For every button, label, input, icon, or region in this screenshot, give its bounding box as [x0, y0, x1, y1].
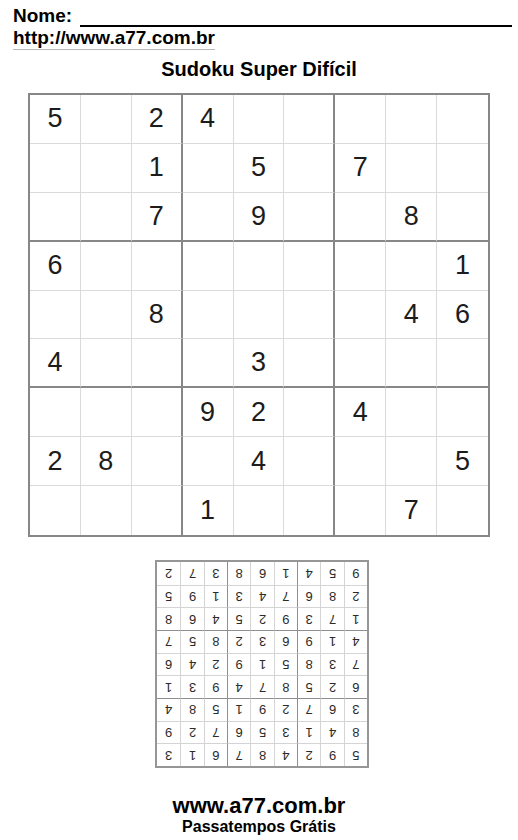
puzzle-cell-r8c7	[335, 437, 386, 486]
puzzle-cell-r9c5	[234, 486, 285, 535]
solution-cell-r8c8: 9	[180, 585, 203, 608]
solution-cell-r1c4: 4	[274, 743, 297, 766]
puzzle-cell-r7c4: 9	[183, 388, 234, 437]
solution-cell-r9c1: 9	[344, 562, 367, 585]
footer-tagline: Passatempos Grátis	[0, 818, 518, 836]
puzzle-cell-r3c8: 8	[386, 193, 437, 242]
puzzle-cell-r1c1: 5	[30, 95, 81, 144]
puzzle-cell-r1c2	[81, 95, 132, 144]
solution-cell-r7c2: 7	[320, 607, 343, 630]
puzzle-cell-r9c9	[437, 486, 488, 535]
puzzle-cell-r7c5: 2	[234, 388, 285, 437]
puzzle-cell-r9c6	[284, 486, 335, 535]
puzzle-cell-r6c6	[284, 339, 335, 388]
solution-cell-r5c6: 9	[227, 653, 250, 676]
solution-cell-r5c1: 7	[344, 653, 367, 676]
puzzle-cell-r7c8	[386, 388, 437, 437]
solution-cell-r9c9: 2	[157, 562, 180, 585]
puzzle-cell-r6c8	[386, 339, 437, 388]
name-row: Nome:	[13, 5, 512, 27]
puzzle-cell-r8c3	[132, 437, 183, 486]
puzzle-cell-r2c4	[183, 144, 234, 193]
puzzle-cell-r4c1: 6	[30, 242, 81, 291]
name-blank-line	[80, 9, 512, 27]
puzzle-cell-r1c5	[234, 95, 285, 144]
puzzle-cell-r4c6	[284, 242, 335, 291]
name-label: Nome:	[13, 5, 72, 27]
solution-cell-r1c9: 3	[157, 743, 180, 766]
solution-cell-r3c5: 9	[250, 698, 273, 721]
puzzle-title: Sudoku Super Difícil	[0, 58, 518, 81]
puzzle-cell-r9c8: 7	[386, 486, 437, 535]
solution-cell-r2c6: 6	[227, 721, 250, 744]
solution-cell-r6c3: 9	[297, 630, 320, 653]
puzzle-cell-r3c2	[81, 193, 132, 242]
solution-cell-r8c5: 4	[250, 585, 273, 608]
puzzle-cell-r1c9	[437, 95, 488, 144]
solution-cell-r9c2: 5	[320, 562, 343, 585]
puzzle-cell-r9c1	[30, 486, 81, 535]
solution-cell-r3c4: 2	[274, 698, 297, 721]
puzzle-cell-r5c2	[81, 291, 132, 340]
solution-cell-r1c5: 8	[250, 743, 273, 766]
solution-cell-r9c5: 6	[250, 562, 273, 585]
solution-cell-r5c7: 2	[204, 653, 227, 676]
solution-cell-r7c5: 2	[250, 607, 273, 630]
solution-cell-r8c4: 7	[274, 585, 297, 608]
site-url-text: http://www.a77.com.br	[13, 27, 215, 50]
solution-cell-r7c3: 3	[297, 607, 320, 630]
solution-cell-r3c1: 3	[344, 698, 367, 721]
puzzle-cell-r8c6	[284, 437, 335, 486]
puzzle-cell-r2c9	[437, 144, 488, 193]
solution-cell-r7c1: 1	[344, 607, 367, 630]
puzzle-cell-r3c1	[30, 193, 81, 242]
solution-cell-r4c9: 1	[157, 675, 180, 698]
puzzle-cell-r4c2	[81, 242, 132, 291]
solution-cell-r4c6: 4	[227, 675, 250, 698]
puzzle-cell-r1c4: 4	[183, 95, 234, 144]
puzzle-cell-r4c5	[234, 242, 285, 291]
puzzle-cell-r1c6	[284, 95, 335, 144]
solution-cell-r4c1: 6	[344, 675, 367, 698]
solution-cell-r8c7: 1	[204, 585, 227, 608]
solution-cell-r1c3: 2	[297, 743, 320, 766]
solution-cell-r7c6: 5	[227, 607, 250, 630]
solution-cell-r2c8: 2	[180, 721, 203, 744]
solution-cell-r3c9: 4	[157, 698, 180, 721]
solution-cell-r6c8: 5	[180, 630, 203, 653]
puzzle-cell-r2c7: 7	[335, 144, 386, 193]
puzzle-cell-r9c3	[132, 486, 183, 535]
solution-cell-r2c5: 5	[250, 721, 273, 744]
puzzle-cell-r5c7	[335, 291, 386, 340]
solution-cell-r6c4: 6	[274, 630, 297, 653]
puzzle-cell-r3c9	[437, 193, 488, 242]
puzzle-cell-r5c3: 8	[132, 291, 183, 340]
solution-cell-r8c9: 5	[157, 585, 180, 608]
solution-cell-r2c1: 8	[344, 721, 367, 744]
puzzle-cell-r8c1: 2	[30, 437, 81, 486]
solution-cell-r4c3: 5	[297, 675, 320, 698]
solution-cell-r5c9: 6	[157, 653, 180, 676]
solution-cell-r5c4: 5	[274, 653, 297, 676]
solution-cell-r9c8: 7	[180, 562, 203, 585]
solution-cell-r1c6: 7	[227, 743, 250, 766]
solution-cell-r5c8: 4	[180, 653, 203, 676]
puzzle-cell-r6c7	[335, 339, 386, 388]
solution-cell-r2c4: 3	[274, 721, 297, 744]
puzzle-cell-r4c3	[132, 242, 183, 291]
solution-cell-r4c2: 2	[320, 675, 343, 698]
puzzle-cell-r9c4: 1	[183, 486, 234, 535]
solution-cell-r6c9: 7	[157, 630, 180, 653]
solution-cell-r4c7: 9	[204, 675, 227, 698]
solution-cell-r3c7: 5	[204, 698, 227, 721]
solution-cell-r6c6: 2	[227, 630, 250, 653]
puzzle-cell-r5c1	[30, 291, 81, 340]
puzzle-cell-r2c3: 1	[132, 144, 183, 193]
solution-cell-r6c7: 8	[204, 630, 227, 653]
solution-cell-r4c8: 3	[180, 675, 203, 698]
solution-cell-r2c7: 7	[204, 721, 227, 744]
sudoku-grid: 5241577986184643924284517	[28, 93, 490, 537]
solution-cell-r1c8: 1	[180, 743, 203, 766]
solution-cell-r1c1: 5	[344, 743, 367, 766]
puzzle-cell-r9c2	[81, 486, 132, 535]
solution-cell-r2c2: 4	[320, 721, 343, 744]
puzzle-cell-r9c7	[335, 486, 386, 535]
puzzle-cell-r2c8	[386, 144, 437, 193]
puzzle-cell-r5c4	[183, 291, 234, 340]
puzzle-cell-r3c5: 9	[234, 193, 285, 242]
puzzle-cell-r6c9	[437, 339, 488, 388]
solution-cell-r5c2: 3	[320, 653, 343, 676]
puzzle-cell-r7c1	[30, 388, 81, 437]
puzzle-cell-r2c2	[81, 144, 132, 193]
solution-cell-r5c5: 1	[250, 653, 273, 676]
solution-cell-r6c1: 4	[344, 630, 367, 653]
puzzle-cell-r3c4	[183, 193, 234, 242]
puzzle-cell-r2c5: 5	[234, 144, 285, 193]
puzzle-cell-r6c5: 3	[234, 339, 285, 388]
puzzle-cell-r2c6	[284, 144, 335, 193]
solution-cell-r5c3: 8	[297, 653, 320, 676]
solution-cell-r6c2: 1	[320, 630, 343, 653]
solution-cell-r3c2: 6	[320, 698, 343, 721]
puzzle-cell-r1c8	[386, 95, 437, 144]
solution-grid-upside-down: 5924876138413567293672915846258749317385…	[155, 560, 369, 768]
puzzle-cell-r2c1	[30, 144, 81, 193]
puzzle-cell-r8c2: 8	[81, 437, 132, 486]
solution-cell-r2c9: 9	[157, 721, 180, 744]
solution-cell-r3c8: 8	[180, 698, 203, 721]
puzzle-cell-r7c6	[284, 388, 335, 437]
solution-cell-r8c6: 3	[227, 585, 250, 608]
puzzle-cell-r7c7: 4	[335, 388, 386, 437]
puzzle-cell-r4c9: 1	[437, 242, 488, 291]
solution-cell-r7c4: 9	[274, 607, 297, 630]
puzzle-cell-r8c9: 5	[437, 437, 488, 486]
solution-cell-r3c3: 7	[297, 698, 320, 721]
solution-cell-r9c6: 8	[227, 562, 250, 585]
puzzle-cell-r3c3: 7	[132, 193, 183, 242]
solution-cell-r4c5: 7	[250, 675, 273, 698]
puzzle-cell-r8c5: 4	[234, 437, 285, 486]
puzzle-cell-r6c1: 4	[30, 339, 81, 388]
puzzle-cell-r8c4	[183, 437, 234, 486]
solution-cell-r8c3: 6	[297, 585, 320, 608]
solution-cell-r8c1: 2	[344, 585, 367, 608]
puzzle-cell-r1c3: 2	[132, 95, 183, 144]
solution-cell-r8c2: 8	[320, 585, 343, 608]
puzzle-cell-r4c4	[183, 242, 234, 291]
puzzle-cell-r5c8: 4	[386, 291, 437, 340]
puzzle-cell-r8c8	[386, 437, 437, 486]
puzzle-cell-r5c9: 6	[437, 291, 488, 340]
puzzle-cell-r4c7	[335, 242, 386, 291]
solution-cell-r6c5: 3	[250, 630, 273, 653]
solution-cell-r9c7: 3	[204, 562, 227, 585]
solution-cell-r2c3: 1	[297, 721, 320, 744]
puzzle-cell-r7c9	[437, 388, 488, 437]
solution-cell-r9c4: 1	[274, 562, 297, 585]
puzzle-cell-r7c3	[132, 388, 183, 437]
puzzle-cell-r4c8	[386, 242, 437, 291]
solution-cell-r3c6: 1	[227, 698, 250, 721]
solution-cell-r7c8: 6	[180, 607, 203, 630]
solution-cell-r7c9: 8	[157, 607, 180, 630]
puzzle-cell-r5c6	[284, 291, 335, 340]
puzzle-cell-r1c7	[335, 95, 386, 144]
solution-cell-r7c7: 4	[204, 607, 227, 630]
puzzle-cell-r5c5	[234, 291, 285, 340]
puzzle-cell-r6c3	[132, 339, 183, 388]
footer-site-url: www.a77.com.br	[0, 793, 518, 819]
puzzle-cell-r6c2	[81, 339, 132, 388]
puzzle-cell-r3c6	[284, 193, 335, 242]
solution-cell-r1c7: 6	[204, 743, 227, 766]
puzzle-cell-r6c4	[183, 339, 234, 388]
solution-cell-r4c4: 8	[274, 675, 297, 698]
solution-cell-r9c3: 4	[297, 562, 320, 585]
puzzle-cell-r7c2	[81, 388, 132, 437]
puzzle-cell-r3c7	[335, 193, 386, 242]
solution-cell-r1c2: 9	[320, 743, 343, 766]
